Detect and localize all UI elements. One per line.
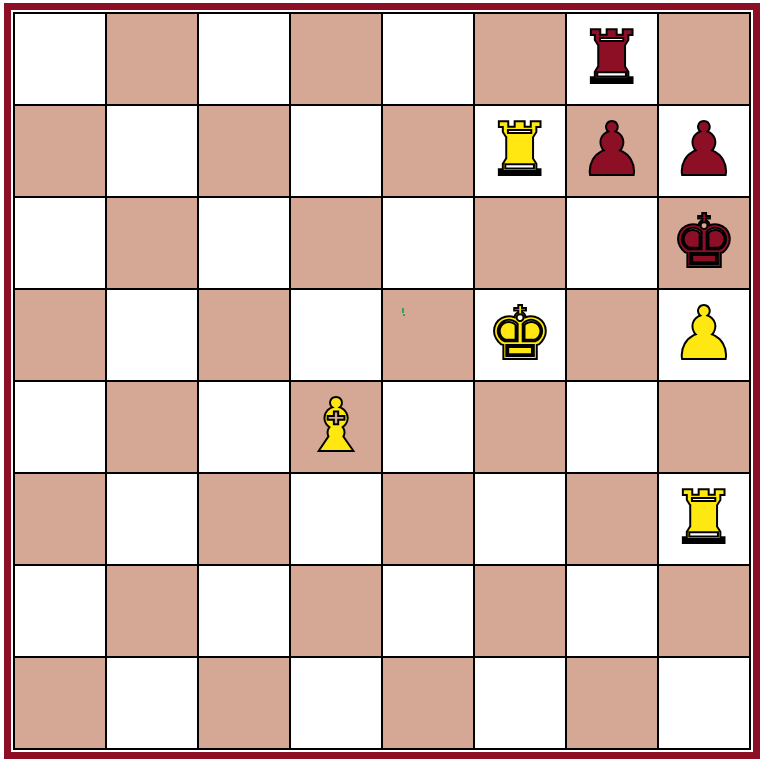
square-e1[interactable]: [383, 658, 473, 748]
square-g7[interactable]: ♟: [567, 106, 657, 196]
square-c2[interactable]: [199, 566, 289, 656]
stray-green-mark: [402, 308, 404, 313]
square-a3[interactable]: [15, 474, 105, 564]
square-b3[interactable]: [107, 474, 197, 564]
red-pawn-icon[interactable]: ♟: [671, 112, 737, 186]
square-a8[interactable]: [15, 14, 105, 104]
page: ♜♜♟♟♚♚♟♝♜: [0, 0, 760, 759]
square-e7[interactable]: [383, 106, 473, 196]
square-f5[interactable]: ♚: [475, 290, 565, 380]
square-c3[interactable]: [199, 474, 289, 564]
square-e3[interactable]: [383, 474, 473, 564]
square-h7[interactable]: ♟: [659, 106, 749, 196]
square-g6[interactable]: [567, 198, 657, 288]
square-f4[interactable]: [475, 382, 565, 472]
square-c6[interactable]: [199, 198, 289, 288]
square-g8[interactable]: ♜: [567, 14, 657, 104]
square-g4[interactable]: [567, 382, 657, 472]
yellow-rook-icon[interactable]: ♜: [671, 480, 737, 554]
square-e6[interactable]: [383, 198, 473, 288]
square-b6[interactable]: [107, 198, 197, 288]
square-c8[interactable]: [199, 14, 289, 104]
square-c7[interactable]: [199, 106, 289, 196]
square-c4[interactable]: [199, 382, 289, 472]
square-b8[interactable]: [107, 14, 197, 104]
square-b5[interactable]: [107, 290, 197, 380]
square-g2[interactable]: [567, 566, 657, 656]
square-g5[interactable]: [567, 290, 657, 380]
square-e8[interactable]: [383, 14, 473, 104]
yellow-bishop-icon[interactable]: ♝: [303, 388, 369, 462]
square-d1[interactable]: [291, 658, 381, 748]
square-a5[interactable]: [15, 290, 105, 380]
square-e5[interactable]: [383, 290, 473, 380]
square-b2[interactable]: [107, 566, 197, 656]
square-f6[interactable]: [475, 198, 565, 288]
red-pawn-icon[interactable]: ♟: [579, 112, 645, 186]
board-frame: ♜♜♟♟♚♚♟♝♜: [4, 3, 760, 759]
yellow-king-icon[interactable]: ♚: [487, 296, 553, 370]
square-b1[interactable]: [107, 658, 197, 748]
square-h1[interactable]: [659, 658, 749, 748]
square-h6[interactable]: ♚: [659, 198, 749, 288]
square-a2[interactable]: [15, 566, 105, 656]
square-e4[interactable]: [383, 382, 473, 472]
square-b4[interactable]: [107, 382, 197, 472]
square-f7[interactable]: ♜: [475, 106, 565, 196]
square-g3[interactable]: [567, 474, 657, 564]
square-c5[interactable]: [199, 290, 289, 380]
chess-board: ♜♜♟♟♚♚♟♝♜: [13, 12, 751, 750]
square-a1[interactable]: [15, 658, 105, 748]
square-h2[interactable]: [659, 566, 749, 656]
square-h8[interactable]: [659, 14, 749, 104]
yellow-rook-icon[interactable]: ♜: [487, 112, 553, 186]
square-h4[interactable]: [659, 382, 749, 472]
square-h3[interactable]: ♜: [659, 474, 749, 564]
square-a4[interactable]: [15, 382, 105, 472]
square-f2[interactable]: [475, 566, 565, 656]
square-a7[interactable]: [15, 106, 105, 196]
square-d2[interactable]: [291, 566, 381, 656]
square-d4[interactable]: ♝: [291, 382, 381, 472]
square-f1[interactable]: [475, 658, 565, 748]
square-d7[interactable]: [291, 106, 381, 196]
square-d3[interactable]: [291, 474, 381, 564]
red-king-icon[interactable]: ♚: [671, 204, 737, 278]
square-g1[interactable]: [567, 658, 657, 748]
square-h5[interactable]: ♟: [659, 290, 749, 380]
square-a6[interactable]: [15, 198, 105, 288]
square-d6[interactable]: [291, 198, 381, 288]
yellow-pawn-icon[interactable]: ♟: [671, 296, 737, 370]
square-d8[interactable]: [291, 14, 381, 104]
square-b7[interactable]: [107, 106, 197, 196]
square-f8[interactable]: [475, 14, 565, 104]
square-e2[interactable]: [383, 566, 473, 656]
square-d5[interactable]: [291, 290, 381, 380]
red-rook-icon[interactable]: ♜: [579, 20, 645, 94]
square-f3[interactable]: [475, 474, 565, 564]
square-c1[interactable]: [199, 658, 289, 748]
